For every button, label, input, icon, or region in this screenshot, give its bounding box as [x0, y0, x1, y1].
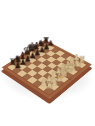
black-rook: ♜ — [38, 37, 53, 45]
square-c1: ♝ — [54, 79, 65, 86]
square-d5 — [37, 63, 47, 69]
square-g1: ♞ — [72, 65, 82, 72]
product-photo-scene: ♜♞♝♛♚♝♞♜♟♟♟♟♟♟♟♟♟♟♟♟♟♟♟♟♜♞♝♛♚♝♞♜ — [0, 0, 95, 126]
brass-clasp-latch — [60, 76, 63, 78]
